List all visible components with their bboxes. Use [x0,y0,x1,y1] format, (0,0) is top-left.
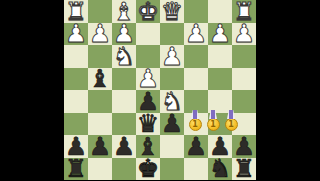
white-pawn: ♟ [161,44,183,69]
square-b3[interactable] [208,45,232,68]
letterbox-left [0,0,64,180]
square-c2[interactable]: ♟ [184,23,208,46]
square-d7[interactable] [160,135,184,158]
square-b2[interactable]: ♟ [208,23,232,46]
square-h4[interactable] [64,68,88,91]
square-f8[interactable] [112,158,136,181]
square-h5[interactable] [64,90,88,113]
black-king: ♚ [137,156,159,180]
white-pawn: ♟ [185,21,207,46]
white-pawn: ♟ [209,21,231,46]
square-b5[interactable] [208,90,232,113]
square-b4[interactable] [208,68,232,91]
chess-board: ♜♝♚♛♜♟♟♟♟♟♟♞♟♝♟♟♞♛♟♟♟♟♝♟♟♟♜♚♞♜ [64,0,256,180]
square-f3[interactable]: ♞ [112,45,136,68]
square-g5[interactable] [88,90,112,113]
square-g8[interactable] [88,158,112,181]
video-frame: ♜♝♚♛♜♟♟♟♟♟♟♞♟♝♟♟♞♛♟♟♟♟♝♟♟♟♜♚♞♜ 111 [0,0,320,180]
black-pawn: ♟ [113,134,135,159]
white-pawn: ♟ [65,21,87,46]
square-e1[interactable]: ♚ [136,0,160,23]
square-f5[interactable] [112,90,136,113]
square-c8[interactable] [184,158,208,181]
black-pawn: ♟ [185,134,207,159]
square-b8[interactable]: ♞ [208,158,232,181]
square-a2[interactable]: ♟ [232,23,256,46]
letterbox-right [256,0,320,180]
square-c4[interactable] [184,68,208,91]
square-e2[interactable] [136,23,160,46]
black-rook: ♜ [233,156,255,180]
black-pawn: ♟ [161,111,183,136]
square-f7[interactable]: ♟ [112,135,136,158]
square-h8[interactable]: ♜ [64,158,88,181]
square-e8[interactable]: ♚ [136,158,160,181]
black-rook: ♜ [65,156,87,180]
square-g4[interactable]: ♝ [88,68,112,91]
square-d1[interactable]: ♛ [160,0,184,23]
square-a4[interactable] [232,68,256,91]
square-c3[interactable] [184,45,208,68]
square-h3[interactable] [64,45,88,68]
square-g2[interactable]: ♟ [88,23,112,46]
black-pawn: ♟ [89,134,111,159]
square-d8[interactable] [160,158,184,181]
square-d3[interactable]: ♟ [160,45,184,68]
square-f4[interactable] [112,68,136,91]
white-knight: ♞ [113,44,135,69]
square-a8[interactable]: ♜ [232,158,256,181]
white-king: ♚ [137,0,159,24]
square-d6[interactable]: ♟ [160,113,184,136]
square-g7[interactable]: ♟ [88,135,112,158]
white-pawn: ♟ [233,21,255,46]
square-a3[interactable] [232,45,256,68]
square-h2[interactable]: ♟ [64,23,88,46]
square-c7[interactable]: ♟ [184,135,208,158]
black-bishop: ♝ [89,66,111,91]
square-a5[interactable] [232,90,256,113]
square-c5[interactable] [184,90,208,113]
black-knight: ♞ [209,156,231,180]
white-queen: ♛ [161,0,183,24]
white-pawn: ♟ [89,21,111,46]
